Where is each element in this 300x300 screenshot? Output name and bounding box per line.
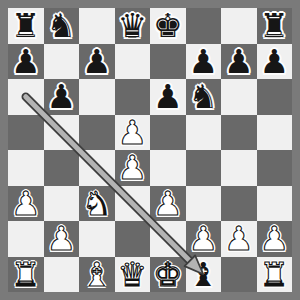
square-c8[interactable] — [79, 8, 115, 44]
square-d3[interactable] — [115, 186, 151, 222]
white-pawn[interactable]: ♟ — [11, 186, 41, 222]
black-knight[interactable]: ♞ — [46, 8, 76, 44]
chess-board: ♜♞♛♚♜♟♟♟♟♟♟♟♞♟♟♟♞♟♟♟♟♟♜♝♛♚♝♜ — [8, 8, 292, 292]
square-b7[interactable] — [44, 44, 80, 80]
black-king[interactable]: ♚ — [153, 8, 183, 44]
black-knight[interactable]: ♞ — [188, 79, 218, 115]
square-h5[interactable] — [257, 115, 293, 151]
black-pawn[interactable]: ♟ — [153, 79, 183, 115]
square-f3[interactable] — [186, 186, 222, 222]
square-a8[interactable]: ♜ — [8, 8, 44, 44]
white-rook[interactable]: ♜ — [259, 257, 289, 293]
black-bishop[interactable]: ♝ — [188, 257, 218, 293]
square-h7[interactable]: ♟ — [257, 44, 293, 80]
square-a6[interactable] — [8, 79, 44, 115]
square-f6[interactable]: ♞ — [186, 79, 222, 115]
square-g3[interactable] — [221, 186, 257, 222]
white-pawn[interactable]: ♟ — [188, 221, 218, 257]
square-h4[interactable] — [257, 150, 293, 186]
square-b3[interactable] — [44, 186, 80, 222]
square-f5[interactable] — [186, 115, 222, 151]
black-queen[interactable]: ♛ — [117, 8, 147, 44]
square-b5[interactable] — [44, 115, 80, 151]
square-b1[interactable] — [44, 257, 80, 293]
black-rook[interactable]: ♜ — [11, 8, 41, 44]
black-pawn[interactable]: ♟ — [11, 44, 41, 80]
square-g1[interactable] — [221, 257, 257, 293]
black-pawn[interactable]: ♟ — [82, 44, 112, 80]
black-rook[interactable]: ♜ — [259, 8, 289, 44]
square-g2[interactable]: ♟ — [221, 221, 257, 257]
square-e7[interactable] — [150, 44, 186, 80]
square-a4[interactable] — [8, 150, 44, 186]
square-h2[interactable]: ♟ — [257, 221, 293, 257]
square-b8[interactable]: ♞ — [44, 8, 80, 44]
square-d7[interactable] — [115, 44, 151, 80]
square-e3[interactable]: ♟ — [150, 186, 186, 222]
black-pawn[interactable]: ♟ — [188, 44, 218, 80]
square-d6[interactable] — [115, 79, 151, 115]
square-c7[interactable]: ♟ — [79, 44, 115, 80]
square-d1[interactable]: ♛ — [115, 257, 151, 293]
chess-board-screenshot: ♜♞♛♚♜♟♟♟♟♟♟♟♞♟♟♟♞♟♟♟♟♟♜♝♛♚♝♜ — [0, 0, 300, 300]
square-f2[interactable]: ♟ — [186, 221, 222, 257]
square-g7[interactable]: ♟ — [221, 44, 257, 80]
square-d8[interactable]: ♛ — [115, 8, 151, 44]
square-g8[interactable] — [221, 8, 257, 44]
square-a7[interactable]: ♟ — [8, 44, 44, 80]
square-e2[interactable] — [150, 221, 186, 257]
square-f7[interactable]: ♟ — [186, 44, 222, 80]
square-c2[interactable] — [79, 221, 115, 257]
square-a1[interactable]: ♜ — [8, 257, 44, 293]
square-c4[interactable] — [79, 150, 115, 186]
square-g4[interactable] — [221, 150, 257, 186]
square-b2[interactable]: ♟ — [44, 221, 80, 257]
white-knight[interactable]: ♞ — [82, 186, 112, 222]
white-rook[interactable]: ♜ — [11, 257, 41, 293]
square-b4[interactable] — [44, 150, 80, 186]
square-h6[interactable] — [257, 79, 293, 115]
square-f1[interactable]: ♝ — [186, 257, 222, 293]
square-e6[interactable]: ♟ — [150, 79, 186, 115]
black-pawn[interactable]: ♟ — [259, 44, 289, 80]
square-b6[interactable]: ♟ — [44, 79, 80, 115]
square-g5[interactable] — [221, 115, 257, 151]
white-pawn[interactable]: ♟ — [117, 150, 147, 186]
white-queen[interactable]: ♛ — [117, 257, 147, 293]
square-e1[interactable]: ♚ — [150, 257, 186, 293]
square-e4[interactable] — [150, 150, 186, 186]
square-d4[interactable]: ♟ — [115, 150, 151, 186]
square-a3[interactable]: ♟ — [8, 186, 44, 222]
square-f8[interactable] — [186, 8, 222, 44]
square-a5[interactable] — [8, 115, 44, 151]
square-h3[interactable] — [257, 186, 293, 222]
white-bishop[interactable]: ♝ — [82, 257, 112, 293]
black-pawn[interactable]: ♟ — [46, 79, 76, 115]
square-h1[interactable]: ♜ — [257, 257, 293, 293]
square-a2[interactable] — [8, 221, 44, 257]
square-g6[interactable] — [221, 79, 257, 115]
white-pawn[interactable]: ♟ — [117, 115, 147, 151]
square-d5[interactable]: ♟ — [115, 115, 151, 151]
square-e5[interactable] — [150, 115, 186, 151]
square-c3[interactable]: ♞ — [79, 186, 115, 222]
white-pawn[interactable]: ♟ — [224, 221, 254, 257]
square-f4[interactable] — [186, 150, 222, 186]
white-pawn[interactable]: ♟ — [259, 221, 289, 257]
square-c6[interactable] — [79, 79, 115, 115]
black-pawn[interactable]: ♟ — [224, 44, 254, 80]
square-c1[interactable]: ♝ — [79, 257, 115, 293]
square-d2[interactable] — [115, 221, 151, 257]
square-e8[interactable]: ♚ — [150, 8, 186, 44]
white-pawn[interactable]: ♟ — [153, 186, 183, 222]
square-h8[interactable]: ♜ — [257, 8, 293, 44]
white-king[interactable]: ♚ — [153, 257, 183, 293]
white-pawn[interactable]: ♟ — [46, 221, 76, 257]
square-c5[interactable] — [79, 115, 115, 151]
